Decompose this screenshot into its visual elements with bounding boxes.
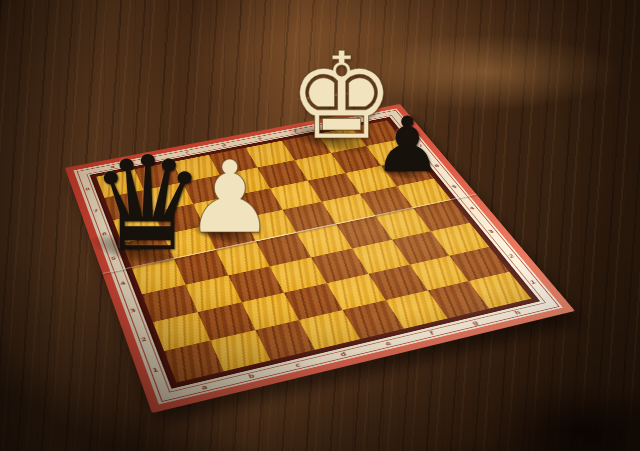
black-pawn-piece[interactable]: ♟ (373, 107, 441, 183)
wood-knot (488, 378, 640, 451)
scene: aa88bb77cc66dd55ee44ff33gg22hh11 ♚♟♟♛ (0, 0, 640, 451)
black-queen-piece[interactable]: ♛ (89, 139, 206, 269)
